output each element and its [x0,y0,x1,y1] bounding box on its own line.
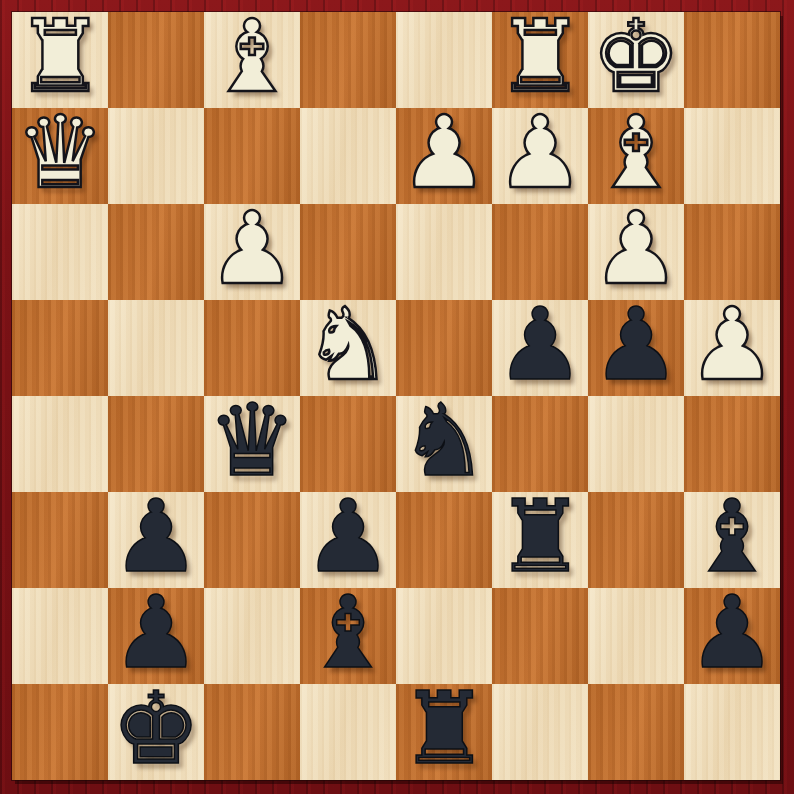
square-d5[interactable]: ♞ [396,396,492,492]
square-d8[interactable]: ♜ [396,684,492,780]
square-h5[interactable] [12,396,108,492]
piece-black-queen[interactable]: ♛ [207,393,297,489]
square-g8[interactable]: ♚ [108,684,204,780]
square-f6[interactable] [204,492,300,588]
square-c8[interactable] [492,684,588,780]
square-h8[interactable] [12,684,108,780]
square-e8[interactable] [300,684,396,780]
square-c7[interactable] [492,588,588,684]
square-b6[interactable] [588,492,684,588]
square-e2[interactable] [300,108,396,204]
square-b4[interactable]: ♟ [588,300,684,396]
square-h4[interactable] [12,300,108,396]
square-d2[interactable]: ♟ [396,108,492,204]
square-h2[interactable]: ♛ [12,108,108,204]
piece-black-pawn[interactable]: ♟ [687,585,777,681]
piece-black-pawn[interactable]: ♟ [111,489,201,585]
square-a2[interactable] [684,108,780,204]
square-b7[interactable] [588,588,684,684]
square-d3[interactable] [396,204,492,300]
piece-white-pawn[interactable]: ♟ [207,201,297,297]
square-a7[interactable]: ♟ [684,588,780,684]
piece-black-pawn[interactable]: ♟ [111,585,201,681]
square-d6[interactable] [396,492,492,588]
piece-black-pawn[interactable]: ♟ [495,297,585,393]
piece-white-pawn[interactable]: ♟ [591,201,681,297]
piece-black-king[interactable]: ♚ [111,681,201,777]
square-c4[interactable]: ♟ [492,300,588,396]
square-g4[interactable] [108,300,204,396]
square-e1[interactable] [300,12,396,108]
square-f1[interactable]: ♝ [204,12,300,108]
piece-black-bishop[interactable]: ♝ [303,585,393,681]
square-a4[interactable]: ♟ [684,300,780,396]
square-a1[interactable] [684,12,780,108]
square-h6[interactable] [12,492,108,588]
piece-black-knight[interactable]: ♞ [399,393,489,489]
square-b8[interactable] [588,684,684,780]
piece-white-king[interactable]: ♚ [591,9,681,105]
square-h7[interactable] [12,588,108,684]
square-e4[interactable]: ♞ [300,300,396,396]
piece-white-pawn[interactable]: ♟ [495,105,585,201]
board-frame: ♜♝♜♚♛♟♟♝♟♟♞♟♟♟♛♞♟♟♜♝♟♝♟♚♜ [0,0,794,794]
square-g3[interactable] [108,204,204,300]
piece-black-bishop[interactable]: ♝ [687,489,777,585]
piece-white-pawn[interactable]: ♟ [399,105,489,201]
square-f7[interactable] [204,588,300,684]
square-e7[interactable]: ♝ [300,588,396,684]
square-f5[interactable]: ♛ [204,396,300,492]
square-h3[interactable] [12,204,108,300]
square-g1[interactable] [108,12,204,108]
piece-black-rook[interactable]: ♜ [495,489,585,585]
piece-black-pawn[interactable]: ♟ [303,489,393,585]
piece-white-knight[interactable]: ♞ [303,297,393,393]
square-a8[interactable] [684,684,780,780]
piece-white-bishop[interactable]: ♝ [591,105,681,201]
square-c2[interactable]: ♟ [492,108,588,204]
piece-white-rook[interactable]: ♜ [15,9,105,105]
piece-white-pawn[interactable]: ♟ [687,297,777,393]
piece-white-bishop[interactable]: ♝ [207,9,297,105]
piece-white-rook[interactable]: ♜ [495,9,585,105]
chess-board: ♜♝♜♚♛♟♟♝♟♟♞♟♟♟♛♞♟♟♜♝♟♝♟♚♜ [12,12,780,780]
square-f8[interactable] [204,684,300,780]
square-b5[interactable] [588,396,684,492]
square-f3[interactable]: ♟ [204,204,300,300]
piece-white-queen[interactable]: ♛ [15,105,105,201]
square-c6[interactable]: ♜ [492,492,588,588]
piece-black-pawn[interactable]: ♟ [591,297,681,393]
square-g2[interactable] [108,108,204,204]
piece-black-rook[interactable]: ♜ [399,681,489,777]
